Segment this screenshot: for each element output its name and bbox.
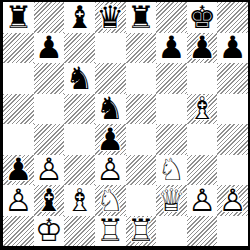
piece-silhouette: ♟: [95, 155, 126, 186]
piece-glyph: ♟: [3, 155, 34, 186]
black-pawn-icon: ♟♟: [34, 33, 65, 64]
white-pawn-icon: ♟♙: [34, 155, 65, 186]
black-pawn-icon: ♟♟: [217, 33, 248, 64]
piece-glyph: ♟: [95, 124, 126, 155]
white-pawn-icon: ♟♙: [95, 155, 126, 186]
square-g1[interactable]: [187, 216, 218, 247]
black-pawn-icon: ♟♟: [3, 155, 34, 186]
piece-glyph: ♞: [64, 63, 95, 94]
square-g5[interactable]: ♝♗: [187, 94, 218, 125]
square-a6[interactable]: [3, 63, 34, 94]
square-g2[interactable]: ♟♙: [187, 185, 218, 216]
piece-glyph: ♙: [3, 185, 34, 216]
black-knight-icon: ♞♞: [95, 94, 126, 125]
piece-glyph: ♖: [126, 216, 157, 247]
piece-silhouette: ♟: [187, 185, 218, 216]
piece-silhouette: ♛: [95, 2, 126, 33]
piece-glyph: ♘: [156, 155, 187, 186]
white-queen-icon: ♛♕: [156, 185, 187, 216]
square-c8[interactable]: ♝♝: [64, 2, 95, 33]
piece-silhouette: ♝: [64, 2, 95, 33]
white-king-icon: ♚♔: [34, 216, 65, 247]
square-b8[interactable]: [34, 2, 65, 33]
square-c5[interactable]: [64, 94, 95, 125]
white-rook-icon: ♜♖: [126, 216, 157, 247]
square-d2[interactable]: ♞♘: [95, 185, 126, 216]
white-bishop-icon: ♝♗: [187, 94, 218, 125]
square-d5[interactable]: ♞♞: [95, 94, 126, 125]
black-bishop-icon: ♝♝: [34, 185, 65, 216]
square-f6[interactable]: [156, 63, 187, 94]
square-g4[interactable]: [187, 124, 218, 155]
black-pawn-icon: ♟♟: [156, 33, 187, 64]
chess-board: ♜♜♝♝♛♛♜♜♚♚♟♟♟♟♟♟♟♟♞♞♞♞♝♗♟♟♟♟♟♙♟♙♞♘♟♙♝♝♝♗…: [0, 0, 250, 250]
white-knight-icon: ♞♘: [95, 185, 126, 216]
piece-glyph: ♗: [187, 94, 218, 125]
piece-glyph: ♙: [95, 155, 126, 186]
piece-glyph: ♙: [217, 185, 248, 216]
square-g6[interactable]: [187, 63, 218, 94]
piece-silhouette: ♟: [34, 33, 65, 64]
piece-glyph: ♔: [34, 216, 65, 247]
piece-glyph: ♝: [34, 185, 65, 216]
square-d6[interactable]: [95, 63, 126, 94]
piece-silhouette: ♟: [95, 124, 126, 155]
square-d4[interactable]: ♟♟: [95, 124, 126, 155]
piece-silhouette: ♟: [156, 33, 187, 64]
piece-glyph: ♜: [3, 2, 34, 33]
piece-glyph: ♚: [187, 2, 218, 33]
square-e5[interactable]: [126, 94, 157, 125]
square-d3[interactable]: ♟♙: [95, 155, 126, 186]
piece-glyph: ♟: [217, 33, 248, 64]
square-d1[interactable]: ♜♖: [95, 216, 126, 247]
square-a1[interactable]: [3, 216, 34, 247]
square-f8[interactable]: [156, 2, 187, 33]
piece-silhouette: ♟: [34, 155, 65, 186]
square-f1[interactable]: [156, 216, 187, 247]
square-e3[interactable]: [126, 155, 157, 186]
square-b6[interactable]: [34, 63, 65, 94]
piece-glyph: ♙: [34, 155, 65, 186]
piece-silhouette: ♟: [3, 155, 34, 186]
square-c4[interactable]: [64, 124, 95, 155]
square-f5[interactable]: [156, 94, 187, 125]
square-a4[interactable]: [3, 124, 34, 155]
square-c2[interactable]: ♝♗: [64, 185, 95, 216]
piece-glyph: ♞: [95, 94, 126, 125]
square-a3[interactable]: ♟♟: [3, 155, 34, 186]
piece-silhouette: ♟: [3, 185, 34, 216]
piece-silhouette: ♛: [156, 185, 187, 216]
square-c1[interactable]: [64, 216, 95, 247]
piece-silhouette: ♟: [187, 33, 218, 64]
square-b4[interactable]: [34, 124, 65, 155]
square-e6[interactable]: [126, 63, 157, 94]
white-bishop-icon: ♝♗: [64, 185, 95, 216]
square-d7[interactable]: [95, 33, 126, 64]
black-knight-icon: ♞♞: [64, 63, 95, 94]
white-pawn-icon: ♟♙: [217, 185, 248, 216]
piece-glyph: ♜: [126, 2, 157, 33]
square-h2[interactable]: ♟♙: [217, 185, 248, 216]
square-a7[interactable]: [3, 33, 34, 64]
piece-glyph: ♟: [34, 33, 65, 64]
square-h6[interactable]: [217, 63, 248, 94]
square-g3[interactable]: [187, 155, 218, 186]
square-e7[interactable]: [126, 33, 157, 64]
square-e8[interactable]: ♜♜: [126, 2, 157, 33]
piece-silhouette: ♝: [34, 185, 65, 216]
square-h1[interactable]: [217, 216, 248, 247]
square-g8[interactable]: ♚♚: [187, 2, 218, 33]
square-b1[interactable]: ♚♔: [34, 216, 65, 247]
square-h4[interactable]: [217, 124, 248, 155]
square-h5[interactable]: [217, 94, 248, 125]
piece-glyph: ♖: [95, 216, 126, 247]
square-b5[interactable]: [34, 94, 65, 125]
square-a5[interactable]: [3, 94, 34, 125]
piece-glyph: ♙: [187, 185, 218, 216]
square-h7[interactable]: ♟♟: [217, 33, 248, 64]
black-pawn-icon: ♟♟: [187, 33, 218, 64]
square-f4[interactable]: [156, 124, 187, 155]
piece-silhouette: ♞: [156, 155, 187, 186]
square-c6[interactable]: ♞♞: [64, 63, 95, 94]
piece-silhouette: ♞: [95, 185, 126, 216]
piece-silhouette: ♟: [217, 33, 248, 64]
black-pawn-icon: ♟♟: [95, 124, 126, 155]
piece-silhouette: ♞: [95, 94, 126, 125]
square-b7[interactable]: ♟♟: [34, 33, 65, 64]
piece-silhouette: ♝: [64, 185, 95, 216]
white-rook-icon: ♜♖: [95, 216, 126, 247]
square-g7[interactable]: ♟♟: [187, 33, 218, 64]
piece-glyph: ♘: [95, 185, 126, 216]
square-h8[interactable]: [217, 2, 248, 33]
black-king-icon: ♚♚: [187, 2, 218, 33]
square-d8[interactable]: ♛♛: [95, 2, 126, 33]
square-e4[interactable]: [126, 124, 157, 155]
piece-glyph: ♟: [156, 33, 187, 64]
square-a2[interactable]: ♟♙: [3, 185, 34, 216]
square-h3[interactable]: [217, 155, 248, 186]
square-a8[interactable]: ♜♜: [3, 2, 34, 33]
piece-silhouette: ♜: [126, 2, 157, 33]
piece-silhouette: ♜: [95, 216, 126, 247]
piece-glyph: ♟: [187, 33, 218, 64]
piece-silhouette: ♚: [34, 216, 65, 247]
piece-silhouette: ♞: [64, 63, 95, 94]
black-rook-icon: ♜♜: [3, 2, 34, 33]
black-bishop-icon: ♝♝: [64, 2, 95, 33]
piece-silhouette: ♝: [187, 94, 218, 125]
black-queen-icon: ♛♛: [95, 2, 126, 33]
white-pawn-icon: ♟♙: [187, 185, 218, 216]
square-f3[interactable]: ♞♘: [156, 155, 187, 186]
square-b3[interactable]: ♟♙: [34, 155, 65, 186]
square-e2[interactable]: [126, 185, 157, 216]
square-b2[interactable]: ♝♝: [34, 185, 65, 216]
piece-glyph: ♗: [64, 185, 95, 216]
black-rook-icon: ♜♜: [126, 2, 157, 33]
piece-silhouette: ♜: [126, 216, 157, 247]
square-f2[interactable]: ♛♕: [156, 185, 187, 216]
square-f7[interactable]: ♟♟: [156, 33, 187, 64]
piece-silhouette: ♟: [217, 185, 248, 216]
white-pawn-icon: ♟♙: [3, 185, 34, 216]
square-c7[interactable]: [64, 33, 95, 64]
white-knight-icon: ♞♘: [156, 155, 187, 186]
piece-silhouette: ♜: [3, 2, 34, 33]
square-c3[interactable]: [64, 155, 95, 186]
piece-silhouette: ♚: [187, 2, 218, 33]
piece-glyph: ♝: [64, 2, 95, 33]
piece-glyph: ♛: [95, 2, 126, 33]
square-e1[interactable]: ♜♖: [126, 216, 157, 247]
piece-glyph: ♕: [156, 185, 187, 216]
